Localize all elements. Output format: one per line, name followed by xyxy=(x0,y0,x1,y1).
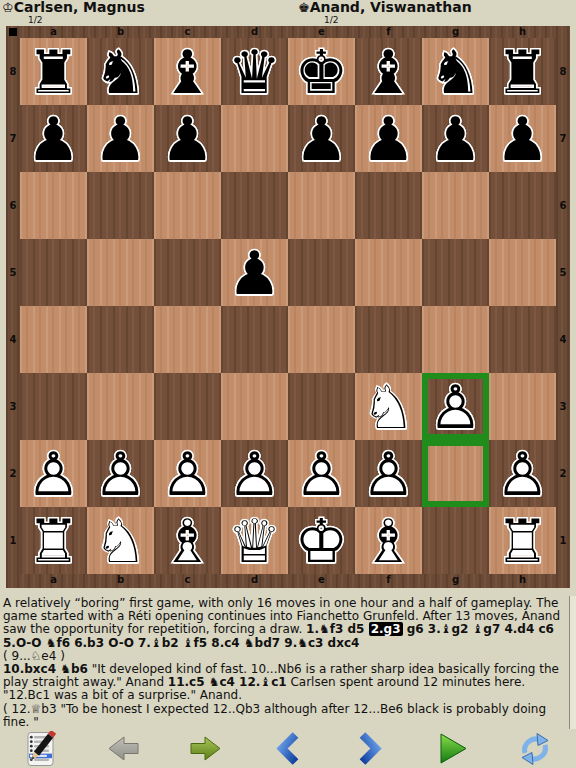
square-d8[interactable]: ♛♛ xyxy=(221,38,288,105)
square-g2[interactable] xyxy=(422,440,489,507)
autoplay-button[interactable] xyxy=(432,731,474,767)
square-e6[interactable] xyxy=(288,172,355,239)
black-pawn: ♟♟ xyxy=(154,105,221,172)
square-b2[interactable]: ♟♙ xyxy=(87,440,154,507)
white-pawn: ♟♙ xyxy=(154,440,221,507)
white-pawn: ♟♙ xyxy=(221,440,288,507)
square-c6[interactable] xyxy=(154,172,221,239)
rank-label-7: 7 xyxy=(556,105,570,172)
square-c8[interactable]: ♝♝ xyxy=(154,38,221,105)
white-pawn: ♟♙ xyxy=(422,373,489,440)
rank-label-5: 5 xyxy=(556,239,570,306)
annotation-paragraph: ( 12.♕b3 "To be honest I expected 12..Qb… xyxy=(3,703,569,729)
file-label-h: h xyxy=(489,574,556,588)
black-player: ♚Anand, Viswanathan 1/2 xyxy=(298,0,472,25)
square-h3[interactable] xyxy=(489,373,556,440)
square-d3[interactable] xyxy=(221,373,288,440)
rank-label-6: 6 xyxy=(6,172,20,239)
square-d1[interactable]: ♛♕ xyxy=(221,507,288,574)
square-a8[interactable]: ♜♜ xyxy=(20,38,87,105)
black-knight: ♞♞ xyxy=(422,38,489,105)
current-move-highlight[interactable]: 2.g3 xyxy=(369,622,403,636)
square-c2[interactable]: ♟♙ xyxy=(154,440,221,507)
square-b6[interactable] xyxy=(87,172,154,239)
next-game-icon xyxy=(188,735,224,762)
rank-label-2: 2 xyxy=(556,440,570,507)
annotation-text: 1.♞f3 d5 xyxy=(306,622,369,636)
square-e2[interactable]: ♟♙ xyxy=(288,440,355,507)
rank-label-6: 6 xyxy=(556,172,570,239)
white-pawn: ♟♙ xyxy=(20,440,87,507)
file-label-b: b xyxy=(87,574,154,588)
file-label-f: f xyxy=(355,574,422,588)
square-b8[interactable]: ♞♞ xyxy=(87,38,154,105)
rank-label-3: 3 xyxy=(6,373,20,440)
side-to-move-indicator xyxy=(9,28,17,36)
black-pawn: ♟♟ xyxy=(20,105,87,172)
square-a2[interactable]: ♟♙ xyxy=(20,440,87,507)
square-e5[interactable] xyxy=(288,239,355,306)
white-king: ♚♔ xyxy=(288,507,355,574)
rank-label-4: 4 xyxy=(6,306,20,373)
square-f2[interactable]: ♟♙ xyxy=(355,440,422,507)
square-d2[interactable]: ♟♙ xyxy=(221,440,288,507)
square-b1[interactable]: ♞♘ xyxy=(87,507,154,574)
square-f4[interactable] xyxy=(355,306,422,373)
rank-label-8: 8 xyxy=(556,38,570,105)
square-g5[interactable] xyxy=(422,239,489,306)
black-player-name: Anand, Viswanathan xyxy=(310,0,472,15)
next-game-button[interactable] xyxy=(185,731,227,767)
square-a6[interactable] xyxy=(20,172,87,239)
square-f7[interactable]: ♟♟ xyxy=(355,105,422,172)
square-f1[interactable]: ♝♗ xyxy=(355,507,422,574)
black-pawn: ♟♟ xyxy=(355,105,422,172)
next-move-button[interactable] xyxy=(349,731,391,767)
game-notation-list-icon xyxy=(23,731,59,767)
white-score: 1/2 xyxy=(2,15,145,25)
square-e4[interactable] xyxy=(288,306,355,373)
black-rook: ♜♜ xyxy=(20,38,87,105)
previous-game-button[interactable] xyxy=(102,731,144,767)
square-h6[interactable] xyxy=(489,172,556,239)
square-a3[interactable] xyxy=(20,373,87,440)
rank-label-5: 5 xyxy=(6,239,20,306)
annotation-text: 11.c5 ♞c4 12.♝c1 xyxy=(168,675,287,689)
rank-labels-left: 87654321 xyxy=(6,38,20,574)
toolbar xyxy=(0,729,576,768)
square-a7[interactable]: ♟♟ xyxy=(20,105,87,172)
chess-board: abcdefgh abcdefgh 87654321 87654321 ♜♜♞♞… xyxy=(6,26,570,588)
black-pawn: ♟♟ xyxy=(87,105,154,172)
square-g4[interactable] xyxy=(422,306,489,373)
square-d6[interactable] xyxy=(221,172,288,239)
black-king-icon: ♚ xyxy=(298,0,310,15)
square-d7[interactable] xyxy=(221,105,288,172)
rank-label-1: 1 xyxy=(6,507,20,574)
white-bishop: ♝♗ xyxy=(355,507,422,574)
previous-move-button[interactable] xyxy=(267,731,309,767)
white-pawn: ♟♙ xyxy=(87,440,154,507)
square-h7[interactable]: ♟♟ xyxy=(489,105,556,172)
black-rook: ♜♜ xyxy=(489,38,556,105)
black-pawn: ♟♟ xyxy=(288,105,355,172)
white-pawn: ♟♙ xyxy=(355,440,422,507)
square-b4[interactable] xyxy=(87,306,154,373)
square-c3[interactable] xyxy=(154,373,221,440)
square-f5[interactable] xyxy=(355,239,422,306)
square-e1[interactable]: ♚♔ xyxy=(288,507,355,574)
rank-label-8: 8 xyxy=(6,38,20,105)
white-pawn: ♟♙ xyxy=(288,440,355,507)
square-g8[interactable]: ♞♞ xyxy=(422,38,489,105)
annotation-text: 10.bxc4 ♞b6 xyxy=(3,662,88,676)
previous-move-icon xyxy=(274,732,302,765)
black-knight: ♞♞ xyxy=(87,38,154,105)
white-rook: ♜♖ xyxy=(489,507,556,574)
black-bishop: ♝♝ xyxy=(355,38,422,105)
previous-game-icon xyxy=(105,735,141,762)
square-g7[interactable]: ♟♟ xyxy=(422,105,489,172)
square-g6[interactable] xyxy=(422,172,489,239)
square-g1[interactable] xyxy=(422,507,489,574)
header: ♔Carlsen, Magnus 1/2 ♚Anand, Viswanathan… xyxy=(0,0,576,26)
annotation-paragraph: 10.bxc4 ♞b6 "It developed kind of fast. … xyxy=(3,663,569,703)
refresh-button[interactable] xyxy=(514,731,556,767)
square-d5[interactable]: ♟♟ xyxy=(221,239,288,306)
white-rook: ♜♖ xyxy=(20,507,87,574)
black-bishop: ♝♝ xyxy=(154,38,221,105)
autoplay-icon xyxy=(437,733,468,764)
square-d4[interactable] xyxy=(221,306,288,373)
white-knight: ♞♘ xyxy=(355,373,422,440)
file-label-d: d xyxy=(221,574,288,588)
square-b5[interactable] xyxy=(87,239,154,306)
white-bishop: ♝♗ xyxy=(154,507,221,574)
black-pawn: ♟♟ xyxy=(221,239,288,306)
white-knight: ♞♘ xyxy=(87,507,154,574)
annotation-text: ( 12.♕b3 "To be honest I expected 12..Qb… xyxy=(3,702,546,729)
annotation-scrollbar[interactable] xyxy=(569,596,576,729)
black-pawn: ♟♟ xyxy=(422,105,489,172)
white-player: ♔Carlsen, Magnus 1/2 xyxy=(2,0,145,25)
white-queen: ♛♕ xyxy=(221,507,288,574)
square-c5[interactable] xyxy=(154,239,221,306)
square-f3[interactable]: ♞♘ xyxy=(355,373,422,440)
square-e7[interactable]: ♟♟ xyxy=(288,105,355,172)
square-e3[interactable] xyxy=(288,373,355,440)
board-squares: ♜♜♞♞♝♝♛♛♚♚♝♝♞♞♜♜♟♟♟♟♟♟♟♟♟♟♟♟♟♟♟♟♞♘♟♙♟♙♟♙… xyxy=(20,38,556,574)
black-pawn: ♟♟ xyxy=(489,105,556,172)
square-b3[interactable] xyxy=(87,373,154,440)
square-f6[interactable] xyxy=(355,172,422,239)
white-pawn: ♟♙ xyxy=(489,440,556,507)
rank-label-1: 1 xyxy=(556,507,570,574)
square-h1[interactable]: ♜♖ xyxy=(489,507,556,574)
square-h4[interactable] xyxy=(489,306,556,373)
game-notation-list-button[interactable] xyxy=(20,731,62,767)
square-a5[interactable] xyxy=(20,239,87,306)
black-score: 1/2 xyxy=(298,15,472,25)
file-label-g: g xyxy=(422,574,489,588)
next-move-icon xyxy=(356,732,384,765)
square-a1[interactable]: ♜♖ xyxy=(20,507,87,574)
rank-label-3: 3 xyxy=(556,373,570,440)
square-h8[interactable]: ♜♜ xyxy=(489,38,556,105)
rank-label-7: 7 xyxy=(6,105,20,172)
square-f8[interactable]: ♝♝ xyxy=(355,38,422,105)
square-e8[interactable]: ♚♚ xyxy=(288,38,355,105)
rank-labels-right: 87654321 xyxy=(556,38,570,574)
file-labels-bottom: abcdefgh xyxy=(20,574,556,588)
rank-label-4: 4 xyxy=(556,306,570,373)
annotation-panel[interactable]: A relatively “boring” first game, with o… xyxy=(0,596,569,730)
rank-label-2: 2 xyxy=(6,440,20,507)
square-c1[interactable]: ♝♗ xyxy=(154,507,221,574)
refresh-icon xyxy=(518,732,552,766)
white-player-name: Carlsen, Magnus xyxy=(14,0,145,15)
square-h2[interactable]: ♟♙ xyxy=(489,440,556,507)
square-a4[interactable] xyxy=(20,306,87,373)
square-c7[interactable]: ♟♟ xyxy=(154,105,221,172)
file-label-c: c xyxy=(154,574,221,588)
black-king: ♚♚ xyxy=(288,38,355,105)
file-label-a: a xyxy=(20,574,87,588)
black-queen: ♛♛ xyxy=(221,38,288,105)
annotation-paragraph: A relatively “boring” first game, with o… xyxy=(3,597,569,650)
file-label-e: e xyxy=(288,574,355,588)
annotation-text: ( 9...♘e4 ) xyxy=(3,649,65,663)
square-c4[interactable] xyxy=(154,306,221,373)
square-b7[interactable]: ♟♟ xyxy=(87,105,154,172)
square-g3[interactable]: ♟♙ xyxy=(422,373,489,440)
square-h5[interactable] xyxy=(489,239,556,306)
white-king-icon: ♔ xyxy=(2,0,14,15)
